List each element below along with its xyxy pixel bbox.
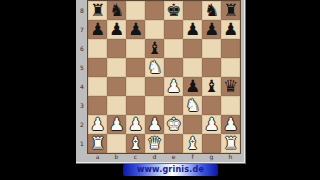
black-bishop-g4: ♝ <box>202 77 221 96</box>
square-f8[interactable] <box>183 1 202 20</box>
black-king-e8: ♚ <box>164 1 183 20</box>
square-f4[interactable]: ♟ <box>183 77 202 96</box>
square-h4[interactable]: ♛ <box>221 77 240 96</box>
square-e2[interactable]: ♚ <box>164 115 183 134</box>
square-f2[interactable] <box>183 115 202 134</box>
white-pawn-b2: ♟ <box>107 115 126 134</box>
black-pawn-g7: ♟ <box>202 20 221 39</box>
square-a7[interactable]: ♟ <box>88 20 107 39</box>
file-label-c: c <box>126 153 145 162</box>
white-pawn-d2: ♟ <box>145 115 164 134</box>
square-a2[interactable]: ♟ <box>88 115 107 134</box>
square-h1[interactable]: ♜ <box>221 134 240 153</box>
white-bishop-c1: ♝ <box>126 134 145 153</box>
square-g8[interactable]: ♞ <box>202 1 221 20</box>
square-d8[interactable] <box>145 1 164 20</box>
square-a3[interactable] <box>88 96 107 115</box>
square-e6[interactable] <box>164 39 183 58</box>
white-pawn-g2: ♟ <box>202 115 221 134</box>
square-g2[interactable]: ♟ <box>202 115 221 134</box>
square-c6[interactable] <box>126 39 145 58</box>
white-rook-h1: ♜ <box>221 134 240 153</box>
black-rook-h8: ♜ <box>221 1 240 20</box>
black-pawn-c7: ♟ <box>126 20 145 39</box>
square-d5[interactable]: ♞ <box>145 58 164 77</box>
black-pawn-a7: ♟ <box>88 20 107 39</box>
white-queen-d1: ♛ <box>145 134 164 153</box>
black-pawn-f4: ♟ <box>183 77 202 96</box>
square-d4[interactable] <box>145 77 164 96</box>
square-b8[interactable]: ♞ <box>107 1 126 20</box>
file-label-h: h <box>221 153 240 162</box>
square-e4[interactable]: ♟ <box>164 77 183 96</box>
square-h6[interactable] <box>221 39 240 58</box>
square-a8[interactable]: ♜ <box>88 1 107 20</box>
square-d2[interactable]: ♟ <box>145 115 164 134</box>
white-pawn-h2: ♟ <box>221 115 240 134</box>
chess-board: ♜♞♚♞♜♟♟♟♟♟♟♝♞♟♟♝♛♞♟♟♟♟♚♟♟♜♝♛♝♜ <box>87 0 241 154</box>
square-c4[interactable] <box>126 77 145 96</box>
square-f1[interactable]: ♝ <box>183 134 202 153</box>
white-pawn-c2: ♟ <box>126 115 145 134</box>
square-d3[interactable] <box>145 96 164 115</box>
white-rook-a1: ♜ <box>88 134 107 153</box>
square-d6[interactable]: ♝ <box>145 39 164 58</box>
grinis-banner-link[interactable]: www.grinis.de <box>123 164 218 176</box>
white-knight-f3: ♞ <box>183 96 202 115</box>
square-c1[interactable]: ♝ <box>126 134 145 153</box>
square-b5[interactable] <box>107 58 126 77</box>
white-pawn-a2: ♟ <box>88 115 107 134</box>
black-pawn-h7: ♟ <box>221 20 240 39</box>
black-rook-a8: ♜ <box>88 1 107 20</box>
square-a6[interactable] <box>88 39 107 58</box>
square-c5[interactable] <box>126 58 145 77</box>
black-knight-g8: ♞ <box>202 1 221 20</box>
square-e3[interactable] <box>164 96 183 115</box>
chess-app-window: 87654321 ♜♞♚♞♜♟♟♟♟♟♟♝♞♟♟♝♛♞♟♟♟♟♚♟♟♜♝♛♝♜ … <box>0 0 320 180</box>
square-c3[interactable] <box>126 96 145 115</box>
square-b4[interactable] <box>107 77 126 96</box>
square-c2[interactable]: ♟ <box>126 115 145 134</box>
file-label-d: d <box>145 153 164 162</box>
black-pawn-f7: ♟ <box>183 20 202 39</box>
square-a4[interactable] <box>88 77 107 96</box>
file-labels: abcdefgh <box>88 153 240 162</box>
square-h8[interactable]: ♜ <box>221 1 240 20</box>
square-d7[interactable] <box>145 20 164 39</box>
square-g6[interactable] <box>202 39 221 58</box>
square-a5[interactable] <box>88 58 107 77</box>
square-g1[interactable] <box>202 134 221 153</box>
black-knight-b8: ♞ <box>107 1 126 20</box>
square-h7[interactable]: ♟ <box>221 20 240 39</box>
white-bishop-f1: ♝ <box>183 134 202 153</box>
square-g7[interactable]: ♟ <box>202 20 221 39</box>
square-e5[interactable] <box>164 58 183 77</box>
file-label-g: g <box>202 153 221 162</box>
square-c7[interactable]: ♟ <box>126 20 145 39</box>
black-queen-h4: ♛ <box>221 77 240 96</box>
square-e7[interactable] <box>164 20 183 39</box>
black-bishop-d6: ♝ <box>145 39 164 58</box>
square-f5[interactable] <box>183 58 202 77</box>
file-label-f: f <box>183 153 202 162</box>
file-label-e: e <box>164 153 183 162</box>
square-e1[interactable] <box>164 134 183 153</box>
square-d1[interactable]: ♛ <box>145 134 164 153</box>
square-b1[interactable] <box>107 134 126 153</box>
file-label-a: a <box>88 153 107 162</box>
square-b6[interactable] <box>107 39 126 58</box>
square-c8[interactable] <box>126 1 145 20</box>
square-b7[interactable]: ♟ <box>107 20 126 39</box>
black-pawn-b7: ♟ <box>107 20 126 39</box>
square-f6[interactable] <box>183 39 202 58</box>
square-b3[interactable] <box>107 96 126 115</box>
square-a1[interactable]: ♜ <box>88 134 107 153</box>
banner-text: www.grinis.de <box>137 164 204 176</box>
square-e8[interactable]: ♚ <box>164 1 183 20</box>
square-g3[interactable] <box>202 96 221 115</box>
white-king-e2: ♚ <box>164 115 183 134</box>
white-pawn-e4: ♟ <box>164 77 183 96</box>
square-h2[interactable]: ♟ <box>221 115 240 134</box>
square-b2[interactable]: ♟ <box>107 115 126 134</box>
square-h3[interactable] <box>221 96 240 115</box>
square-g4[interactable]: ♝ <box>202 77 221 96</box>
square-f7[interactable]: ♟ <box>183 20 202 39</box>
square-f3[interactable]: ♞ <box>183 96 202 115</box>
file-label-b: b <box>107 153 126 162</box>
square-g5[interactable] <box>202 58 221 77</box>
square-h5[interactable] <box>221 58 240 77</box>
white-knight-d5: ♞ <box>145 58 164 77</box>
